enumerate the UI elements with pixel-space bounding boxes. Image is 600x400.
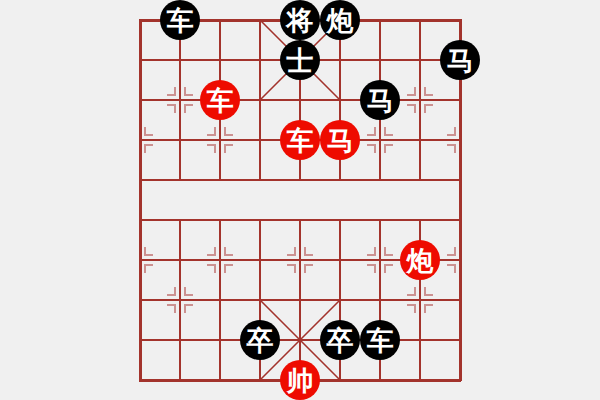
point-marker: [447, 144, 456, 153]
point-marker: [207, 247, 216, 256]
point-marker: [207, 127, 216, 136]
point-marker: [384, 247, 393, 256]
point-marker: [287, 247, 296, 256]
piece-black-chariot[interactable]: 车: [360, 320, 400, 360]
point-marker: [144, 127, 153, 136]
point-marker: [224, 247, 233, 256]
point-marker: [367, 127, 376, 136]
point-marker: [367, 247, 376, 256]
point-marker: [184, 304, 193, 313]
point-marker: [184, 104, 193, 113]
point-marker: [367, 144, 376, 153]
point-marker: [167, 104, 176, 113]
point-marker: [367, 264, 376, 273]
point-marker: [384, 264, 393, 273]
point-marker: [184, 287, 193, 296]
piece-black-soldier[interactable]: 卒: [240, 320, 280, 360]
point-marker: [304, 264, 313, 273]
app-background: 车将炮士马马车车马炮卒卒车帅: [0, 0, 600, 400]
point-marker: [144, 247, 153, 256]
point-marker: [447, 127, 456, 136]
point-marker: [384, 127, 393, 136]
point-marker: [144, 264, 153, 273]
point-marker: [407, 87, 416, 96]
point-marker: [207, 264, 216, 273]
point-marker: [424, 104, 433, 113]
piece-black-general[interactable]: 将: [280, 0, 320, 40]
piece-black-chariot[interactable]: 车: [160, 0, 200, 40]
piece-red-chariot[interactable]: 车: [200, 80, 240, 120]
point-marker: [304, 247, 313, 256]
piece-black-advisor[interactable]: 士: [280, 40, 320, 80]
piece-black-cannon[interactable]: 炮: [320, 0, 360, 40]
point-marker: [167, 87, 176, 96]
piece-black-horse[interactable]: 马: [360, 80, 400, 120]
piece-red-cannon[interactable]: 炮: [400, 240, 440, 280]
point-marker: [184, 87, 193, 96]
point-marker: [447, 264, 456, 273]
point-marker: [407, 287, 416, 296]
piece-black-soldier[interactable]: 卒: [320, 320, 360, 360]
point-marker: [424, 304, 433, 313]
point-marker: [424, 87, 433, 96]
point-marker: [167, 287, 176, 296]
point-marker: [447, 247, 456, 256]
point-marker: [384, 144, 393, 153]
point-marker: [224, 144, 233, 153]
point-marker: [407, 104, 416, 113]
point-marker: [224, 264, 233, 273]
xiangqi-board[interactable]: 车将炮士马马车车马炮卒卒车帅: [140, 20, 460, 380]
point-marker: [424, 287, 433, 296]
piece-red-horse[interactable]: 马: [320, 120, 360, 160]
point-marker: [207, 144, 216, 153]
point-marker: [144, 144, 153, 153]
piece-red-chariot[interactable]: 车: [280, 120, 320, 160]
point-marker: [167, 304, 176, 313]
point-marker: [224, 127, 233, 136]
piece-red-general[interactable]: 帅: [280, 360, 320, 400]
piece-black-horse[interactable]: 马: [440, 40, 480, 80]
point-marker: [407, 304, 416, 313]
point-marker: [287, 264, 296, 273]
